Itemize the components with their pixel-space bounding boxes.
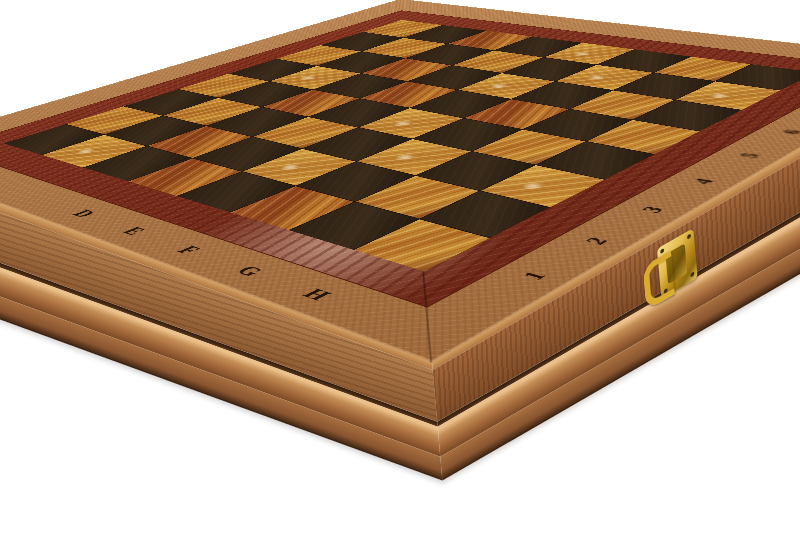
scene-3d: DEFGH123456 (0, 0, 800, 533)
product-photo: DEFGH123456 (0, 0, 800, 533)
